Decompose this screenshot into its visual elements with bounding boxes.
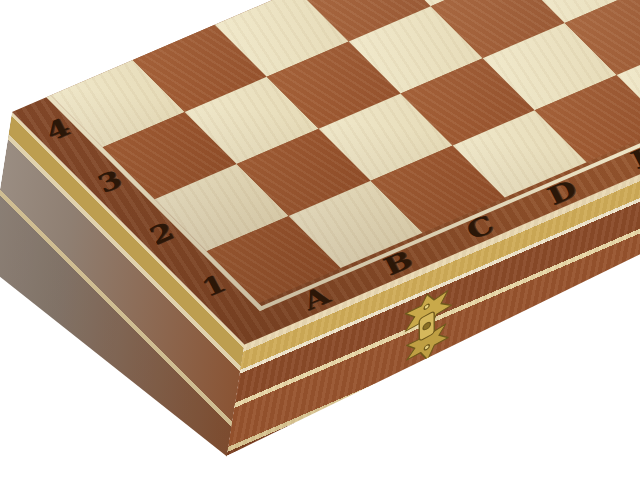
- chess-box-photo: 4321ABCDE: [0, 0, 640, 480]
- brass-clasp-icon: [393, 273, 462, 381]
